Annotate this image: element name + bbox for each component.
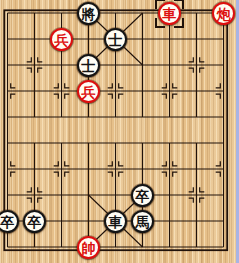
piece-glyph: 卒 [1, 215, 15, 229]
piece-red-general[interactable]: 帥 [77, 236, 100, 259]
piece-black-soldier[interactable]: 卒 [23, 210, 46, 233]
piece-glyph: 兵 [55, 33, 69, 47]
piece-black-soldier[interactable]: 卒 [0, 210, 19, 233]
piece-glyph: 士 [82, 59, 96, 73]
piece-glyph: 卒 [136, 189, 150, 203]
piece-black-general[interactable]: 將 [77, 2, 100, 25]
piece-glyph: 兵 [82, 85, 96, 99]
pieces-layer: 將車炮兵士士兵卒卒卒車馬帥 [0, 0, 237, 260]
xiangqi-board[interactable]: 將車炮兵士士兵卒卒卒車馬帥 [0, 0, 239, 263]
piece-black-advisor[interactable]: 士 [104, 28, 127, 51]
piece-red-cannon[interactable]: 炮 [212, 2, 235, 25]
piece-glyph: 帥 [82, 241, 96, 255]
piece-red-soldier[interactable]: 兵 [50, 28, 73, 51]
piece-black-advisor[interactable]: 士 [77, 54, 100, 77]
piece-black-horse[interactable]: 馬 [131, 210, 154, 233]
piece-red-soldier[interactable]: 兵 [77, 80, 100, 103]
piece-glyph: 卒 [28, 215, 42, 229]
piece-glyph: 車 [163, 7, 177, 21]
piece-glyph: 士 [109, 33, 123, 47]
piece-glyph: 車 [109, 215, 123, 229]
piece-red-chariot[interactable]: 車 [158, 2, 181, 25]
window-edge-strip [236, 0, 239, 263]
piece-glyph: 炮 [217, 7, 231, 21]
piece-black-soldier[interactable]: 卒 [131, 184, 154, 207]
piece-glyph: 將 [82, 7, 96, 21]
piece-black-chariot[interactable]: 車 [104, 210, 127, 233]
piece-glyph: 馬 [136, 215, 150, 229]
